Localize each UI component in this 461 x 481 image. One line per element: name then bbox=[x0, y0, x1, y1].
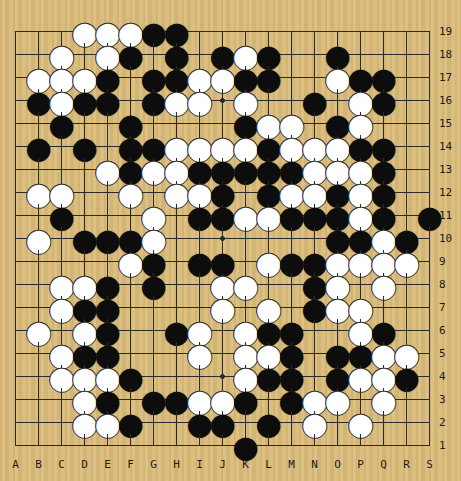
intersection-I16[interactable]: ● bbox=[188, 89, 211, 112]
intersection-B2[interactable] bbox=[27, 411, 50, 434]
intersection-E4[interactable]: ● bbox=[96, 365, 119, 388]
intersection-C4[interactable]: ● bbox=[50, 365, 73, 388]
intersection-F7[interactable] bbox=[119, 296, 142, 319]
intersection-F14[interactable]: ● bbox=[119, 135, 142, 158]
intersection-L8[interactable] bbox=[257, 273, 280, 296]
intersection-J11[interactable]: ● bbox=[211, 204, 234, 227]
intersection-R11[interactable] bbox=[395, 204, 418, 227]
intersection-C13[interactable] bbox=[50, 158, 73, 181]
intersection-N16[interactable]: ● bbox=[303, 89, 326, 112]
intersection-N2[interactable]: ● bbox=[303, 411, 326, 434]
intersection-I15[interactable] bbox=[188, 112, 211, 135]
intersection-N11[interactable]: ● bbox=[303, 204, 326, 227]
intersection-R9[interactable]: ● bbox=[395, 250, 418, 273]
intersection-B1[interactable] bbox=[27, 434, 50, 457]
intersection-A3[interactable] bbox=[4, 388, 27, 411]
intersection-D2[interactable]: ● bbox=[73, 411, 96, 434]
intersection-C11[interactable]: ● bbox=[50, 204, 73, 227]
intersection-L6[interactable]: ● bbox=[257, 319, 280, 342]
intersection-P5[interactable]: ● bbox=[349, 342, 372, 365]
intersection-R10[interactable]: ● bbox=[395, 227, 418, 250]
intersection-P11[interactable]: ● bbox=[349, 204, 372, 227]
intersection-F18[interactable]: ● bbox=[119, 43, 142, 66]
intersection-Q4[interactable]: ● bbox=[372, 365, 395, 388]
intersection-N15[interactable] bbox=[303, 112, 326, 135]
intersection-L17[interactable]: ● bbox=[257, 66, 280, 89]
intersection-P1[interactable] bbox=[349, 434, 372, 457]
intersection-J19[interactable] bbox=[211, 20, 234, 43]
intersection-K4[interactable]: ● bbox=[234, 365, 257, 388]
intersection-Q17[interactable]: ● bbox=[372, 66, 395, 89]
intersection-O16[interactable] bbox=[326, 89, 349, 112]
intersection-C19[interactable] bbox=[50, 20, 73, 43]
intersection-J14[interactable]: ● bbox=[211, 135, 234, 158]
intersection-N8[interactable]: ● bbox=[303, 273, 326, 296]
intersection-E10[interactable]: ● bbox=[96, 227, 119, 250]
intersection-M15[interactable]: ● bbox=[280, 112, 303, 135]
intersection-C10[interactable] bbox=[50, 227, 73, 250]
intersection-C7[interactable]: ● bbox=[50, 296, 73, 319]
intersection-I19[interactable] bbox=[188, 20, 211, 43]
intersection-O3[interactable]: ● bbox=[326, 388, 349, 411]
intersection-K15[interactable]: ● bbox=[234, 112, 257, 135]
intersection-N9[interactable]: ● bbox=[303, 250, 326, 273]
intersection-J6[interactable] bbox=[211, 319, 234, 342]
intersection-Q9[interactable]: ● bbox=[372, 250, 395, 273]
intersection-N14[interactable]: ● bbox=[303, 135, 326, 158]
intersection-G13[interactable]: ● bbox=[142, 158, 165, 181]
intersection-C12[interactable]: ● bbox=[50, 181, 73, 204]
intersection-D1[interactable] bbox=[73, 434, 96, 457]
intersection-D8[interactable]: ● bbox=[73, 273, 96, 296]
intersection-D4[interactable]: ● bbox=[73, 365, 96, 388]
intersection-B19[interactable] bbox=[27, 20, 50, 43]
intersection-L12[interactable]: ● bbox=[257, 181, 280, 204]
intersection-Q13[interactable]: ● bbox=[372, 158, 395, 181]
intersection-H7[interactable] bbox=[165, 296, 188, 319]
intersection-D5[interactable]: ● bbox=[73, 342, 96, 365]
intersection-R4[interactable]: ● bbox=[395, 365, 418, 388]
intersection-C14[interactable] bbox=[50, 135, 73, 158]
intersection-K18[interactable]: ● bbox=[234, 43, 257, 66]
intersection-O2[interactable] bbox=[326, 411, 349, 434]
intersection-A18[interactable] bbox=[4, 43, 27, 66]
intersection-N13[interactable]: ● bbox=[303, 158, 326, 181]
intersection-P14[interactable]: ● bbox=[349, 135, 372, 158]
intersection-I7[interactable] bbox=[188, 296, 211, 319]
intersection-A19[interactable] bbox=[4, 20, 27, 43]
intersection-O11[interactable]: ● bbox=[326, 204, 349, 227]
intersection-G8[interactable]: ● bbox=[142, 273, 165, 296]
intersection-D7[interactable]: ● bbox=[73, 296, 96, 319]
intersection-A1[interactable] bbox=[4, 434, 27, 457]
intersection-F12[interactable]: ● bbox=[119, 181, 142, 204]
intersection-N6[interactable] bbox=[303, 319, 326, 342]
intersection-F5[interactable] bbox=[119, 342, 142, 365]
intersection-K8[interactable]: ● bbox=[234, 273, 257, 296]
intersection-J2[interactable]: ● bbox=[211, 411, 234, 434]
intersection-B9[interactable] bbox=[27, 250, 50, 273]
intersection-E12[interactable] bbox=[96, 181, 119, 204]
intersection-J1[interactable] bbox=[211, 434, 234, 457]
intersection-R7[interactable] bbox=[395, 296, 418, 319]
intersection-D6[interactable]: ● bbox=[73, 319, 96, 342]
intersection-I8[interactable] bbox=[188, 273, 211, 296]
intersection-F3[interactable] bbox=[119, 388, 142, 411]
intersection-N12[interactable]: ● bbox=[303, 181, 326, 204]
intersection-P6[interactable]: ● bbox=[349, 319, 372, 342]
intersection-M12[interactable]: ● bbox=[280, 181, 303, 204]
intersection-J18[interactable]: ● bbox=[211, 43, 234, 66]
intersection-D13[interactable] bbox=[73, 158, 96, 181]
intersection-B16[interactable]: ● bbox=[27, 89, 50, 112]
intersection-J17[interactable]: ● bbox=[211, 66, 234, 89]
intersection-J12[interactable]: ● bbox=[211, 181, 234, 204]
intersection-D17[interactable]: ● bbox=[73, 66, 96, 89]
intersection-E9[interactable] bbox=[96, 250, 119, 273]
intersection-K3[interactable]: ● bbox=[234, 388, 257, 411]
intersection-K7[interactable] bbox=[234, 296, 257, 319]
intersection-N18[interactable] bbox=[303, 43, 326, 66]
intersection-H13[interactable]: ● bbox=[165, 158, 188, 181]
intersection-H17[interactable]: ● bbox=[165, 66, 188, 89]
intersection-C8[interactable]: ● bbox=[50, 273, 73, 296]
intersection-O6[interactable] bbox=[326, 319, 349, 342]
intersection-E15[interactable] bbox=[96, 112, 119, 135]
intersection-C9[interactable] bbox=[50, 250, 73, 273]
intersection-Q1[interactable] bbox=[372, 434, 395, 457]
intersection-H8[interactable] bbox=[165, 273, 188, 296]
intersection-R12[interactable] bbox=[395, 181, 418, 204]
intersection-L16[interactable] bbox=[257, 89, 280, 112]
intersection-P18[interactable] bbox=[349, 43, 372, 66]
intersection-K11[interactable]: ● bbox=[234, 204, 257, 227]
intersection-D3[interactable]: ● bbox=[73, 388, 96, 411]
intersection-K14[interactable]: ● bbox=[234, 135, 257, 158]
intersection-P12[interactable]: ● bbox=[349, 181, 372, 204]
intersection-K1[interactable]: ● bbox=[234, 434, 257, 457]
intersection-I2[interactable]: ● bbox=[188, 411, 211, 434]
intersection-M19[interactable] bbox=[280, 20, 303, 43]
intersection-M11[interactable]: ● bbox=[280, 204, 303, 227]
intersection-K13[interactable]: ● bbox=[234, 158, 257, 181]
intersection-F16[interactable] bbox=[119, 89, 142, 112]
intersection-B7[interactable] bbox=[27, 296, 50, 319]
intersection-B12[interactable]: ● bbox=[27, 181, 50, 204]
intersection-N17[interactable] bbox=[303, 66, 326, 89]
intersection-E5[interactable]: ● bbox=[96, 342, 119, 365]
intersection-E13[interactable]: ● bbox=[96, 158, 119, 181]
intersection-C5[interactable]: ● bbox=[50, 342, 73, 365]
intersection-R5[interactable]: ● bbox=[395, 342, 418, 365]
intersection-P4[interactable]: ● bbox=[349, 365, 372, 388]
intersection-I6[interactable]: ● bbox=[188, 319, 211, 342]
intersection-M2[interactable] bbox=[280, 411, 303, 434]
intersection-J9[interactable]: ● bbox=[211, 250, 234, 273]
intersection-G1[interactable] bbox=[142, 434, 165, 457]
intersection-H6[interactable]: ● bbox=[165, 319, 188, 342]
intersection-I5[interactable]: ● bbox=[188, 342, 211, 365]
intersection-F1[interactable] bbox=[119, 434, 142, 457]
intersection-F17[interactable] bbox=[119, 66, 142, 89]
intersection-N4[interactable] bbox=[303, 365, 326, 388]
intersection-P13[interactable]: ● bbox=[349, 158, 372, 181]
intersection-B3[interactable] bbox=[27, 388, 50, 411]
intersection-L5[interactable]: ● bbox=[257, 342, 280, 365]
intersection-M1[interactable] bbox=[280, 434, 303, 457]
intersection-G6[interactable] bbox=[142, 319, 165, 342]
intersection-A2[interactable] bbox=[4, 411, 27, 434]
intersection-L11[interactable]: ● bbox=[257, 204, 280, 227]
intersection-H15[interactable] bbox=[165, 112, 188, 135]
intersection-B18[interactable] bbox=[27, 43, 50, 66]
intersection-R3[interactable] bbox=[395, 388, 418, 411]
intersection-E7[interactable]: ● bbox=[96, 296, 119, 319]
intersection-P3[interactable] bbox=[349, 388, 372, 411]
intersection-G12[interactable] bbox=[142, 181, 165, 204]
intersection-F10[interactable]: ● bbox=[119, 227, 142, 250]
intersection-P8[interactable] bbox=[349, 273, 372, 296]
intersection-E19[interactable]: ● bbox=[96, 20, 119, 43]
intersection-A15[interactable] bbox=[4, 112, 27, 135]
intersection-F9[interactable]: ● bbox=[119, 250, 142, 273]
intersection-K5[interactable]: ● bbox=[234, 342, 257, 365]
intersection-E3[interactable]: ● bbox=[96, 388, 119, 411]
intersection-D11[interactable] bbox=[73, 204, 96, 227]
intersection-H16[interactable]: ● bbox=[165, 89, 188, 112]
intersection-Q11[interactable]: ● bbox=[372, 204, 395, 227]
intersection-I14[interactable]: ● bbox=[188, 135, 211, 158]
intersection-M3[interactable]: ● bbox=[280, 388, 303, 411]
intersection-L4[interactable]: ● bbox=[257, 365, 280, 388]
intersection-L10[interactable] bbox=[257, 227, 280, 250]
intersection-A16[interactable] bbox=[4, 89, 27, 112]
intersection-B4[interactable] bbox=[27, 365, 50, 388]
intersection-G15[interactable] bbox=[142, 112, 165, 135]
intersection-Q10[interactable]: ● bbox=[372, 227, 395, 250]
intersection-H4[interactable] bbox=[165, 365, 188, 388]
intersection-I18[interactable] bbox=[188, 43, 211, 66]
intersection-J13[interactable]: ● bbox=[211, 158, 234, 181]
intersection-M14[interactable]: ● bbox=[280, 135, 303, 158]
intersection-N3[interactable]: ● bbox=[303, 388, 326, 411]
intersection-Q6[interactable]: ● bbox=[372, 319, 395, 342]
intersection-M6[interactable]: ● bbox=[280, 319, 303, 342]
intersection-A5[interactable] bbox=[4, 342, 27, 365]
intersection-F15[interactable]: ● bbox=[119, 112, 142, 135]
intersection-L3[interactable] bbox=[257, 388, 280, 411]
intersection-D14[interactable]: ● bbox=[73, 135, 96, 158]
intersection-O15[interactable]: ● bbox=[326, 112, 349, 135]
intersection-K9[interactable] bbox=[234, 250, 257, 273]
intersection-L14[interactable]: ● bbox=[257, 135, 280, 158]
intersection-G18[interactable] bbox=[142, 43, 165, 66]
intersection-L1[interactable] bbox=[257, 434, 280, 457]
intersection-G14[interactable]: ● bbox=[142, 135, 165, 158]
intersection-G19[interactable]: ● bbox=[142, 20, 165, 43]
intersection-M4[interactable]: ● bbox=[280, 365, 303, 388]
intersection-A7[interactable] bbox=[4, 296, 27, 319]
intersection-Q8[interactable]: ● bbox=[372, 273, 395, 296]
intersection-J7[interactable]: ● bbox=[211, 296, 234, 319]
intersection-M8[interactable] bbox=[280, 273, 303, 296]
intersection-O18[interactable]: ● bbox=[326, 43, 349, 66]
intersection-E6[interactable]: ● bbox=[96, 319, 119, 342]
intersection-Q18[interactable] bbox=[372, 43, 395, 66]
intersection-R8[interactable] bbox=[395, 273, 418, 296]
intersection-M5[interactable]: ● bbox=[280, 342, 303, 365]
intersection-Q5[interactable]: ● bbox=[372, 342, 395, 365]
intersection-O8[interactable]: ● bbox=[326, 273, 349, 296]
intersection-I10[interactable] bbox=[188, 227, 211, 250]
intersection-A8[interactable] bbox=[4, 273, 27, 296]
intersection-R17[interactable] bbox=[395, 66, 418, 89]
intersection-D9[interactable] bbox=[73, 250, 96, 273]
intersection-P17[interactable]: ● bbox=[349, 66, 372, 89]
intersection-J3[interactable]: ● bbox=[211, 388, 234, 411]
intersection-K2[interactable] bbox=[234, 411, 257, 434]
intersection-G11[interactable]: ● bbox=[142, 204, 165, 227]
intersection-Q15[interactable] bbox=[372, 112, 395, 135]
intersection-E11[interactable] bbox=[96, 204, 119, 227]
intersection-L15[interactable]: ● bbox=[257, 112, 280, 135]
intersection-O9[interactable]: ● bbox=[326, 250, 349, 273]
intersection-A9[interactable] bbox=[4, 250, 27, 273]
intersection-H10[interactable] bbox=[165, 227, 188, 250]
intersection-C3[interactable] bbox=[50, 388, 73, 411]
intersection-I9[interactable]: ● bbox=[188, 250, 211, 273]
intersection-F2[interactable]: ● bbox=[119, 411, 142, 434]
intersection-D19[interactable]: ● bbox=[73, 20, 96, 43]
intersection-O14[interactable]: ● bbox=[326, 135, 349, 158]
intersection-A14[interactable] bbox=[4, 135, 27, 158]
intersection-C15[interactable]: ● bbox=[50, 112, 73, 135]
intersection-B8[interactable] bbox=[27, 273, 50, 296]
intersection-N5[interactable] bbox=[303, 342, 326, 365]
intersection-G3[interactable]: ● bbox=[142, 388, 165, 411]
intersection-I1[interactable] bbox=[188, 434, 211, 457]
intersection-N19[interactable] bbox=[303, 20, 326, 43]
intersection-B17[interactable]: ● bbox=[27, 66, 50, 89]
intersection-G17[interactable]: ● bbox=[142, 66, 165, 89]
intersection-R13[interactable] bbox=[395, 158, 418, 181]
intersection-B15[interactable] bbox=[27, 112, 50, 135]
intersection-H1[interactable] bbox=[165, 434, 188, 457]
intersection-R14[interactable] bbox=[395, 135, 418, 158]
intersection-G16[interactable]: ● bbox=[142, 89, 165, 112]
intersection-O7[interactable]: ● bbox=[326, 296, 349, 319]
intersection-P2[interactable]: ● bbox=[349, 411, 372, 434]
intersection-C1[interactable] bbox=[50, 434, 73, 457]
intersection-R1[interactable] bbox=[395, 434, 418, 457]
intersection-L2[interactable]: ● bbox=[257, 411, 280, 434]
intersection-P7[interactable]: ● bbox=[349, 296, 372, 319]
intersection-K16[interactable]: ● bbox=[234, 89, 257, 112]
intersection-R19[interactable] bbox=[395, 20, 418, 43]
intersection-Q7[interactable] bbox=[372, 296, 395, 319]
intersection-M16[interactable] bbox=[280, 89, 303, 112]
intersection-E14[interactable] bbox=[96, 135, 119, 158]
intersection-Q16[interactable]: ● bbox=[372, 89, 395, 112]
intersection-B5[interactable] bbox=[27, 342, 50, 365]
intersection-O1[interactable] bbox=[326, 434, 349, 457]
intersection-H19[interactable]: ● bbox=[165, 20, 188, 43]
intersection-O17[interactable]: ● bbox=[326, 66, 349, 89]
intersection-O4[interactable]: ● bbox=[326, 365, 349, 388]
intersection-G9[interactable]: ● bbox=[142, 250, 165, 273]
intersection-J10[interactable] bbox=[211, 227, 234, 250]
intersection-K12[interactable] bbox=[234, 181, 257, 204]
intersection-P9[interactable]: ● bbox=[349, 250, 372, 273]
intersection-Q19[interactable] bbox=[372, 20, 395, 43]
intersection-H12[interactable]: ● bbox=[165, 181, 188, 204]
intersection-F11[interactable] bbox=[119, 204, 142, 227]
intersection-G10[interactable]: ● bbox=[142, 227, 165, 250]
intersection-A11[interactable] bbox=[4, 204, 27, 227]
intersection-L9[interactable]: ● bbox=[257, 250, 280, 273]
intersection-E1[interactable] bbox=[96, 434, 119, 457]
intersection-H11[interactable] bbox=[165, 204, 188, 227]
intersection-D12[interactable] bbox=[73, 181, 96, 204]
intersection-H5[interactable] bbox=[165, 342, 188, 365]
intersection-B13[interactable] bbox=[27, 158, 50, 181]
intersection-F4[interactable]: ● bbox=[119, 365, 142, 388]
intersection-L13[interactable]: ● bbox=[257, 158, 280, 181]
intersection-E16[interactable]: ● bbox=[96, 89, 119, 112]
intersection-C18[interactable]: ● bbox=[50, 43, 73, 66]
intersection-B10[interactable]: ● bbox=[27, 227, 50, 250]
intersection-P19[interactable] bbox=[349, 20, 372, 43]
intersection-B14[interactable]: ● bbox=[27, 135, 50, 158]
intersection-M17[interactable] bbox=[280, 66, 303, 89]
intersection-K17[interactable]: ● bbox=[234, 66, 257, 89]
intersection-F19[interactable]: ● bbox=[119, 20, 142, 43]
intersection-O12[interactable]: ● bbox=[326, 181, 349, 204]
intersection-N10[interactable] bbox=[303, 227, 326, 250]
intersection-P15[interactable]: ● bbox=[349, 112, 372, 135]
intersection-F6[interactable] bbox=[119, 319, 142, 342]
intersection-D18[interactable] bbox=[73, 43, 96, 66]
intersection-O5[interactable]: ● bbox=[326, 342, 349, 365]
intersection-D16[interactable]: ● bbox=[73, 89, 96, 112]
intersection-H18[interactable]: ● bbox=[165, 43, 188, 66]
intersection-C16[interactable]: ● bbox=[50, 89, 73, 112]
intersection-R2[interactable] bbox=[395, 411, 418, 434]
intersection-E2[interactable]: ● bbox=[96, 411, 119, 434]
intersection-E18[interactable]: ● bbox=[96, 43, 119, 66]
intersection-H3[interactable]: ● bbox=[165, 388, 188, 411]
intersection-G7[interactable] bbox=[142, 296, 165, 319]
intersection-L7[interactable]: ● bbox=[257, 296, 280, 319]
intersection-E8[interactable]: ● bbox=[96, 273, 119, 296]
intersection-A12[interactable] bbox=[4, 181, 27, 204]
intersection-H2[interactable] bbox=[165, 411, 188, 434]
intersection-K10[interactable] bbox=[234, 227, 257, 250]
intersection-I13[interactable]: ● bbox=[188, 158, 211, 181]
intersection-A4[interactable] bbox=[4, 365, 27, 388]
intersection-R6[interactable] bbox=[395, 319, 418, 342]
intersection-I4[interactable] bbox=[188, 365, 211, 388]
intersection-B11[interactable] bbox=[27, 204, 50, 227]
intersection-J16[interactable] bbox=[211, 89, 234, 112]
intersection-K6[interactable]: ● bbox=[234, 319, 257, 342]
intersection-L18[interactable]: ● bbox=[257, 43, 280, 66]
intersection-C17[interactable]: ● bbox=[50, 66, 73, 89]
intersection-M7[interactable] bbox=[280, 296, 303, 319]
intersection-P16[interactable]: ● bbox=[349, 89, 372, 112]
intersection-J8[interactable]: ● bbox=[211, 273, 234, 296]
intersection-A10[interactable] bbox=[4, 227, 27, 250]
